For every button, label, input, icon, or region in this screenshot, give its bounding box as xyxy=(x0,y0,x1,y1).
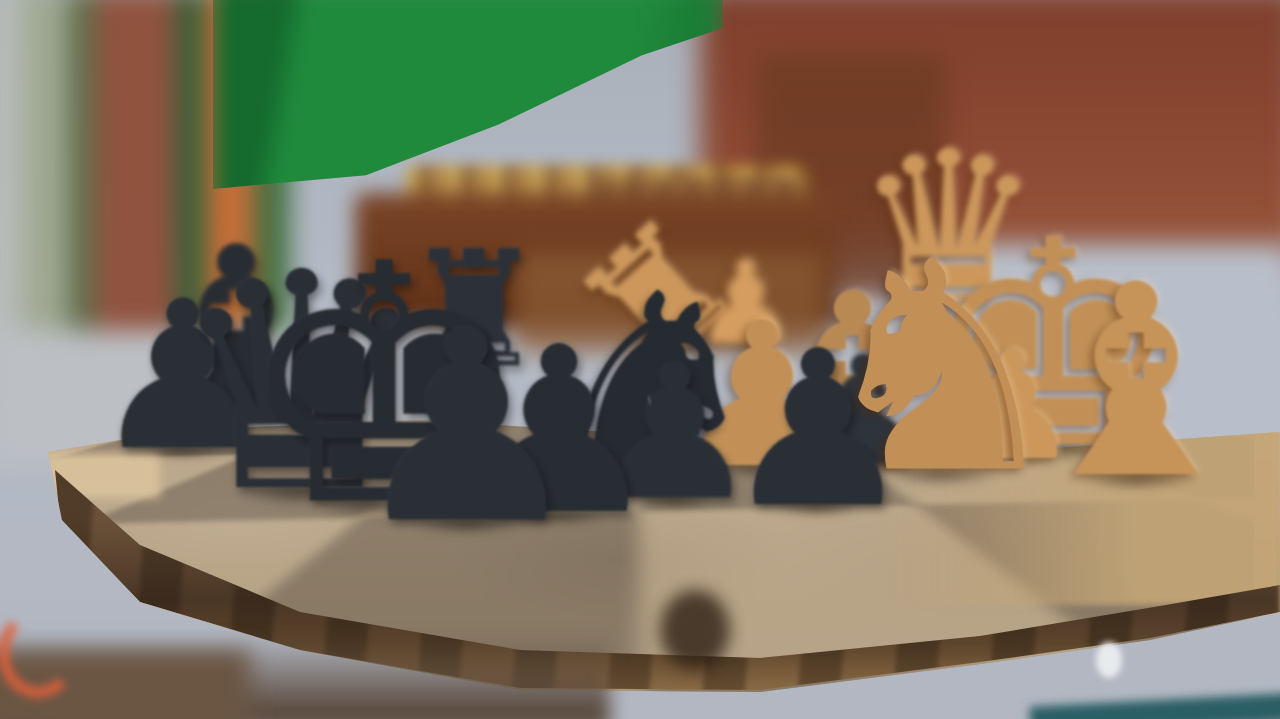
piece-white-bishop: ♝ xyxy=(1017,250,1255,515)
pieces-layer: ♛♜♟♜♝♚♟♟♝♟♟♞♝♞♛♟♚♟♟♟ xyxy=(0,0,1280,719)
piece-black-pawn: ♟ xyxy=(348,295,586,560)
piece-black-pawn: ♟ xyxy=(722,322,915,537)
chess-photo: ♛♜♟♜♝♚♟♟♝♟♟♞♝♞♛♟♚♟♟♟ xyxy=(0,0,1280,719)
